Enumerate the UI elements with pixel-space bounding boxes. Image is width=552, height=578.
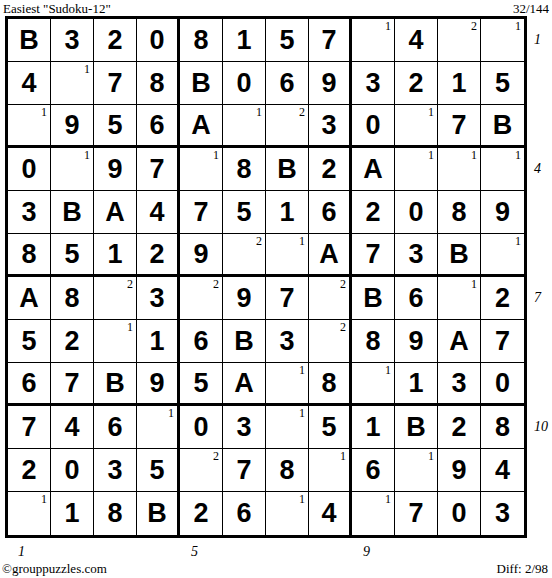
corner-mark: 1 (515, 20, 521, 32)
row-label-10: 10 (534, 420, 548, 434)
cell-value: 5 (495, 70, 510, 97)
cell-r3c7[interactable]: 2 (266, 105, 309, 148)
cell-r1c8[interactable]: 7 (309, 19, 352, 62)
cell-r3c10[interactable]: 1 (395, 105, 438, 148)
cell-value: 8 (21, 241, 36, 268)
cell-value: 1 (279, 199, 294, 226)
cell-r12c3[interactable]: 8 (94, 492, 137, 535)
cell-r2c12[interactable]: 5 (481, 62, 524, 105)
cell-r4c3[interactable]: 9 (94, 148, 137, 191)
cell-r11c4[interactable]: 5 (137, 449, 180, 492)
cell-r10c1[interactable]: 7 (8, 406, 51, 449)
cell-r3c3[interactable]: 5 (94, 105, 137, 148)
cell-value: 4 (408, 27, 423, 54)
cell-value: 3 (451, 370, 466, 397)
cell-value: 5 (21, 328, 36, 355)
cell-value: 4 (149, 199, 164, 226)
row-label-7: 7 (534, 291, 541, 305)
cell-r10c11[interactable]: 2 (438, 406, 481, 449)
corner-mark: 1 (299, 407, 305, 419)
cell-value: 2 (107, 27, 122, 54)
cell-r5c4[interactable]: 4 (137, 191, 180, 234)
cell-r8c3[interactable]: 1 (94, 320, 137, 363)
cell-r5c2[interactable]: B (51, 191, 94, 234)
cell-value: 6 (107, 414, 122, 441)
cell-r9c10[interactable]: 1 (395, 363, 438, 406)
cell-value: B (493, 112, 513, 139)
cell-r6c4[interactable]: 2 (137, 234, 180, 277)
cell-value: B (234, 328, 254, 355)
row-label-1: 1 (534, 33, 541, 47)
cell-r9c1[interactable]: 6 (8, 363, 51, 406)
cell-r9c5[interactable]: 5 (180, 363, 223, 406)
cell-r2c2[interactable]: 1 (51, 62, 94, 105)
cell-value: 8 (64, 285, 79, 312)
cell-value: 3 (365, 70, 380, 97)
cell-r9c6[interactable]: A (223, 363, 266, 406)
cell-r2c10[interactable]: 2 (395, 62, 438, 105)
cell-value: A (234, 370, 254, 397)
corner-mark: 1 (299, 493, 305, 505)
cell-value: 7 (193, 199, 208, 226)
cell-value: 9 (149, 370, 164, 397)
cell-value: 6 (321, 199, 336, 226)
corner-mark: 1 (385, 20, 391, 32)
cell-r7c8[interactable]: 2 (309, 277, 352, 320)
cell-r9c9[interactable]: 1 (352, 363, 395, 406)
cell-value: 5 (236, 199, 251, 226)
cell-value: 9 (408, 328, 423, 355)
cell-r3c2[interactable]: 9 (51, 105, 94, 148)
cell-r6c11[interactable]: B (438, 234, 481, 277)
cell-r12c12[interactable]: 3 (481, 492, 524, 535)
cell-r7c9[interactable]: B (352, 277, 395, 320)
cell-r3c5[interactable]: A (180, 105, 223, 148)
cell-r7c10[interactable]: 6 (395, 277, 438, 320)
cell-r12c10[interactable]: 7 (395, 492, 438, 535)
cell-r12c7[interactable]: 1 (266, 492, 309, 535)
corner-mark: 1 (515, 235, 521, 247)
cell-value: B (449, 241, 469, 268)
cell-r12c6[interactable]: 6 (223, 492, 266, 535)
cell-value: 6 (193, 328, 208, 355)
cell-value: 7 (64, 370, 79, 397)
cell-value: 5 (193, 370, 208, 397)
cell-r4c10[interactable]: 1 (395, 148, 438, 191)
cell-r10c10[interactable]: B (395, 406, 438, 449)
cell-value: 1 (408, 370, 423, 397)
cell-r3c4[interactable]: 6 (137, 105, 180, 148)
cell-r12c2[interactable]: 1 (51, 492, 94, 535)
cell-r3c1[interactable]: 1 (8, 105, 51, 148)
cell-r10c2[interactable]: 4 (51, 406, 94, 449)
cell-r3c12[interactable]: B (481, 105, 524, 148)
cell-value: 6 (149, 112, 164, 139)
cell-r8c2[interactable]: 2 (51, 320, 94, 363)
corner-mark: 1 (168, 407, 174, 419)
cell-r6c10[interactable]: 3 (395, 234, 438, 277)
cell-value: 2 (193, 500, 208, 527)
cell-value: 2 (451, 414, 466, 441)
col-label-5: 5 (191, 545, 198, 559)
corner-mark: 2 (340, 278, 346, 290)
cell-r8c10[interactable]: 9 (395, 320, 438, 363)
cell-value: 3 (236, 414, 251, 441)
corner-mark: 1 (84, 149, 90, 161)
cell-r6c9[interactable]: 7 (352, 234, 395, 277)
corner-mark: 1 (385, 364, 391, 376)
cell-r2c7[interactable]: 6 (266, 62, 309, 105)
cell-r7c5[interactable]: 2 (180, 277, 223, 320)
cell-r7c1[interactable]: A (8, 277, 51, 320)
cell-r1c10[interactable]: 4 (395, 19, 438, 62)
cell-r3c11[interactable]: 7 (438, 105, 481, 148)
cell-r6c7[interactable]: 1 (266, 234, 309, 277)
corner-mark: 2 (340, 321, 346, 333)
cell-r8c1[interactable]: 5 (8, 320, 51, 363)
cell-value: 0 (193, 414, 208, 441)
cell-value: 7 (495, 328, 510, 355)
cell-r9c8[interactable]: 8 (309, 363, 352, 406)
cell-r10c12[interactable]: 8 (481, 406, 524, 449)
cell-r10c6[interactable]: 3 (223, 406, 266, 449)
cell-r6c1[interactable]: 8 (8, 234, 51, 277)
cell-r2c8[interactable]: 9 (309, 62, 352, 105)
cell-value: 9 (193, 241, 208, 268)
cell-r4c2[interactable]: 1 (51, 148, 94, 191)
cell-r10c3[interactable]: 6 (94, 406, 137, 449)
cell-value: B (406, 414, 426, 441)
cell-value: A (19, 285, 39, 312)
cell-value: 2 (365, 199, 380, 226)
cell-r4c8[interactable]: 2 (309, 148, 352, 191)
cell-value: 8 (495, 414, 510, 441)
cell-value: 6 (279, 70, 294, 97)
cell-value: 9 (495, 199, 510, 226)
cell-value: 3 (495, 500, 510, 527)
cell-r12c8[interactable]: 4 (309, 492, 352, 535)
cell-r5c9[interactable]: 2 (352, 191, 395, 234)
cell-value: A (363, 156, 383, 183)
corner-mark: 1 (299, 364, 305, 376)
cell-value: 8 (149, 70, 164, 97)
cell-r7c7[interactable]: 7 (266, 277, 309, 320)
cell-r11c12[interactable]: 4 (481, 449, 524, 492)
cell-r12c4[interactable]: B (137, 492, 180, 535)
cell-r10c7[interactable]: 1 (266, 406, 309, 449)
cell-r5c11[interactable]: 8 (438, 191, 481, 234)
cell-r3c9[interactable]: 0 (352, 105, 395, 148)
cell-value: 1 (451, 70, 466, 97)
cell-r11c10[interactable]: 1 (395, 449, 438, 492)
cell-value: 7 (451, 112, 466, 139)
cell-value: 3 (149, 285, 164, 312)
cell-value: 3 (64, 27, 79, 54)
difficulty-text: Diff: 2/98 (497, 561, 548, 577)
cell-value: 8 (451, 199, 466, 226)
cell-value: 2 (64, 328, 79, 355)
cell-r12c1[interactable]: 1 (8, 492, 51, 535)
cell-r10c5[interactable]: 0 (180, 406, 223, 449)
cell-r4c5[interactable]: 1 (180, 148, 223, 191)
cell-value: 5 (64, 241, 79, 268)
cell-value: 5 (321, 414, 336, 441)
corner-mark: 1 (127, 321, 133, 333)
cell-r2c9[interactable]: 3 (352, 62, 395, 105)
cell-r8c9[interactable]: 8 (352, 320, 395, 363)
cell-r7c3[interactable]: 2 (94, 277, 137, 320)
cell-r8c8[interactable]: 2 (309, 320, 352, 363)
corner-mark: 1 (41, 106, 47, 118)
cell-value: 0 (365, 112, 380, 139)
cell-r6c6[interactable]: 2 (223, 234, 266, 277)
cell-value: 0 (451, 500, 466, 527)
corner-mark: 1 (213, 149, 219, 161)
cell-value: 1 (149, 328, 164, 355)
cell-value: 4 (321, 500, 336, 527)
cell-value: 0 (149, 27, 164, 54)
cell-r1c5[interactable]: 8 (180, 19, 223, 62)
cell-value: 7 (236, 457, 251, 484)
cell-value: 5 (149, 457, 164, 484)
cell-r5c1[interactable]: 3 (8, 191, 51, 234)
cell-r12c9[interactable]: 1 (352, 492, 395, 535)
cell-r10c9[interactable]: 1 (352, 406, 395, 449)
cell-r7c11[interactable]: 1 (438, 277, 481, 320)
cell-r9c2[interactable]: 7 (51, 363, 94, 406)
cell-r5c7[interactable]: 1 (266, 191, 309, 234)
cell-r9c4[interactable]: 9 (137, 363, 180, 406)
cell-r1c1[interactable]: B (8, 19, 51, 62)
cell-value: 6 (408, 285, 423, 312)
puzzle-counter: 32/144 (513, 1, 549, 17)
cell-value: 9 (451, 457, 466, 484)
corner-mark: 1 (84, 63, 90, 75)
corner-mark: 1 (428, 106, 434, 118)
corner-mark: 1 (340, 450, 346, 462)
cell-r2c4[interactable]: 8 (137, 62, 180, 105)
cell-r11c5[interactable]: 2 (180, 449, 223, 492)
cell-value: A (449, 328, 469, 355)
cell-value: 7 (321, 27, 336, 54)
col-label-9: 9 (363, 545, 370, 559)
corner-mark: 2 (213, 450, 219, 462)
cell-r12c5[interactable]: 2 (180, 492, 223, 535)
cell-r7c2[interactable]: 8 (51, 277, 94, 320)
cell-r3c6[interactable]: 1 (223, 105, 266, 148)
corner-mark: 1 (515, 149, 521, 161)
cell-value: 8 (193, 27, 208, 54)
cell-value: 6 (365, 457, 380, 484)
cell-value: 4 (495, 457, 510, 484)
cell-r5c8[interactable]: 6 (309, 191, 352, 234)
copyright-text: ©grouppuzzles.com (2, 561, 107, 577)
cell-value: 1 (365, 414, 380, 441)
cell-r5c3[interactable]: A (94, 191, 137, 234)
cell-r5c6[interactable]: 5 (223, 191, 266, 234)
cell-r11c8[interactable]: 1 (309, 449, 352, 492)
cell-value: 7 (107, 70, 122, 97)
cell-r9c3[interactable]: B (94, 363, 137, 406)
cell-r4c12[interactable]: 1 (481, 148, 524, 191)
cell-value: B (277, 156, 297, 183)
cell-r4c1[interactable]: 0 (8, 148, 51, 191)
cell-value: 5 (279, 27, 294, 54)
cell-value: 2 (495, 285, 510, 312)
cell-r6c12[interactable]: 1 (481, 234, 524, 277)
cell-value: 6 (21, 370, 36, 397)
cell-value: 1 (107, 241, 122, 268)
cell-r11c1[interactable]: 2 (8, 449, 51, 492)
row-label-4: 4 (534, 162, 541, 176)
corner-mark: 1 (385, 493, 391, 505)
cell-value: 9 (321, 70, 336, 97)
cell-value: 7 (21, 414, 36, 441)
sudoku-board: B320815714214178B06932151956A123017B0197… (5, 16, 527, 538)
corner-mark: 1 (428, 149, 434, 161)
cell-r9c12[interactable]: 0 (481, 363, 524, 406)
cell-r6c8[interactable]: A (309, 234, 352, 277)
cell-value: 2 (408, 70, 423, 97)
cell-value: 6 (236, 500, 251, 527)
cell-value: 3 (279, 328, 294, 355)
puzzle-title: Easiest "Sudoku-12" (3, 1, 111, 17)
cell-r4c11[interactable]: 1 (438, 148, 481, 191)
cell-value: 0 (21, 156, 36, 183)
cell-r8c6[interactable]: B (223, 320, 266, 363)
cell-value: B (19, 27, 39, 54)
cell-value: 1 (236, 27, 251, 54)
cell-r8c11[interactable]: A (438, 320, 481, 363)
cell-r12c11[interactable]: 0 (438, 492, 481, 535)
cell-r3c8[interactable]: 3 (309, 105, 352, 148)
corner-mark: 1 (428, 450, 434, 462)
cell-value: B (363, 285, 383, 312)
cell-r4c4[interactable]: 7 (137, 148, 180, 191)
cell-r2c1[interactable]: 4 (8, 62, 51, 105)
cell-r5c12[interactable]: 9 (481, 191, 524, 234)
cell-r7c6[interactable]: 9 (223, 277, 266, 320)
corner-mark: 2 (213, 278, 219, 290)
cell-r8c5[interactable]: 6 (180, 320, 223, 363)
cell-value: 2 (149, 241, 164, 268)
cell-value: B (105, 370, 125, 397)
cell-r1c4[interactable]: 0 (137, 19, 180, 62)
corner-mark: 1 (256, 106, 262, 118)
cell-r4c9[interactable]: A (352, 148, 395, 191)
cell-value: 7 (365, 241, 380, 268)
cell-value: 3 (321, 112, 336, 139)
cell-r2c11[interactable]: 1 (438, 62, 481, 105)
cell-r4c7[interactable]: B (266, 148, 309, 191)
cell-r11c3[interactable]: 3 (94, 449, 137, 492)
cell-r10c8[interactable]: 5 (309, 406, 352, 449)
cell-value: 8 (236, 156, 251, 183)
cell-r11c2[interactable]: 0 (51, 449, 94, 492)
cell-value: A (319, 241, 339, 268)
cell-r7c4[interactable]: 3 (137, 277, 180, 320)
corner-mark: 2 (299, 106, 305, 118)
cell-r8c12[interactable]: 7 (481, 320, 524, 363)
cell-r7c12[interactable]: 2 (481, 277, 524, 320)
cell-value: A (105, 199, 125, 226)
cell-r11c7[interactable]: 8 (266, 449, 309, 492)
cell-value: 9 (107, 156, 122, 183)
cell-value: 7 (408, 500, 423, 527)
cell-r2c6[interactable]: 0 (223, 62, 266, 105)
cell-r2c5[interactable]: B (180, 62, 223, 105)
cell-value: 2 (321, 156, 336, 183)
cell-value: B (147, 500, 167, 527)
cell-value: 7 (149, 156, 164, 183)
cell-r8c4[interactable]: 1 (137, 320, 180, 363)
corner-mark: 1 (471, 149, 477, 161)
cell-value: 8 (279, 457, 294, 484)
puzzle-page: { "header": { "title": "Easiest \"Sudoku… (0, 0, 552, 578)
cell-value: 4 (21, 70, 36, 97)
cell-r1c11[interactable]: 2 (438, 19, 481, 62)
cell-r5c10[interactable]: 0 (395, 191, 438, 234)
cell-r9c7[interactable]: 1 (266, 363, 309, 406)
cell-r1c2[interactable]: 3 (51, 19, 94, 62)
cell-value: A (191, 112, 211, 139)
cell-value: 0 (64, 457, 79, 484)
corner-mark: 1 (41, 493, 47, 505)
cell-value: 3 (107, 457, 122, 484)
corner-mark: 2 (471, 20, 477, 32)
cell-r10c4[interactable]: 1 (137, 406, 180, 449)
cell-value: B (191, 70, 211, 97)
corner-mark: 1 (471, 278, 477, 290)
cell-value: 4 (64, 414, 79, 441)
cell-value: 3 (408, 241, 423, 268)
cell-r11c9[interactable]: 6 (352, 449, 395, 492)
cell-value: 0 (495, 370, 510, 397)
cell-r11c6[interactable]: 7 (223, 449, 266, 492)
corner-mark: 1 (299, 235, 305, 247)
cell-value: 1 (64, 500, 79, 527)
col-label-1: 1 (18, 545, 25, 559)
cell-r1c3[interactable]: 2 (94, 19, 137, 62)
cell-value: 8 (107, 500, 122, 527)
cell-r1c7[interactable]: 5 (266, 19, 309, 62)
cell-value: B (62, 199, 82, 226)
cell-r1c9[interactable]: 1 (352, 19, 395, 62)
cell-r8c7[interactable]: 3 (266, 320, 309, 363)
cell-value: 9 (236, 285, 251, 312)
cell-r9c11[interactable]: 3 (438, 363, 481, 406)
cell-value: 0 (408, 199, 423, 226)
cell-r6c3[interactable]: 1 (94, 234, 137, 277)
cell-r6c5[interactable]: 9 (180, 234, 223, 277)
corner-mark: 2 (127, 278, 133, 290)
cell-r1c12[interactable]: 1 (481, 19, 524, 62)
cell-value: 5 (107, 112, 122, 139)
cell-r2c3[interactable]: 7 (94, 62, 137, 105)
cell-value: 9 (64, 112, 79, 139)
cell-value: 2 (21, 457, 36, 484)
cell-r5c5[interactable]: 7 (180, 191, 223, 234)
cell-r6c2[interactable]: 5 (51, 234, 94, 277)
cell-value: 3 (21, 199, 36, 226)
cell-value: 7 (279, 285, 294, 312)
cell-r11c11[interactable]: 9 (438, 449, 481, 492)
cell-r1c6[interactable]: 1 (223, 19, 266, 62)
cell-value: 0 (236, 70, 251, 97)
cell-value: 8 (321, 370, 336, 397)
cell-r4c6[interactable]: 8 (223, 148, 266, 191)
cell-value: 8 (365, 328, 380, 355)
